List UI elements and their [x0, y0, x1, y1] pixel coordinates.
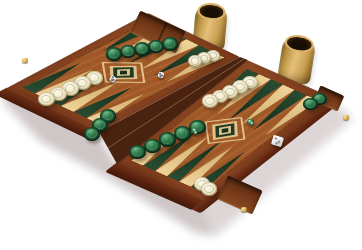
- checker-green[interactable]: [106, 47, 122, 61]
- backgammon-set-photo: [0, 0, 362, 250]
- checker-green[interactable]: [129, 145, 146, 159]
- checker-green[interactable]: [144, 139, 161, 153]
- checker-ivory[interactable]: [202, 94, 218, 108]
- die-right-2[interactable]: [246, 118, 254, 126]
- tray-right-bottom: [217, 175, 262, 214]
- checker-ivory[interactable]: [201, 182, 217, 196]
- checker-green[interactable]: [84, 127, 100, 141]
- latch-left: [22, 58, 28, 63]
- cup-opening: [284, 33, 315, 54]
- checker-green[interactable]: [174, 126, 191, 140]
- latch-bottom: [241, 207, 247, 212]
- checker-ivory[interactable]: [38, 92, 55, 106]
- checker-green[interactable]: [159, 132, 176, 146]
- checker-green[interactable]: [134, 42, 150, 56]
- latch-right: [343, 115, 349, 120]
- cup-opening: [197, 2, 227, 21]
- checker-ivory[interactable]: [188, 55, 202, 67]
- checker-green[interactable]: [162, 37, 178, 51]
- checker-green[interactable]: [303, 98, 318, 111]
